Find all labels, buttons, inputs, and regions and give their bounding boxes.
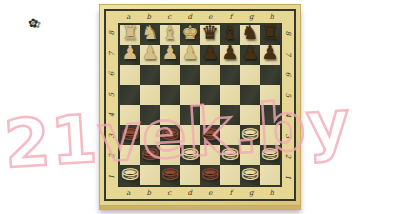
- file-label-f: f: [229, 13, 232, 21]
- chess-piece-black-n-g8[interactable]: ♞: [241, 23, 258, 42]
- file-label-g: g: [249, 189, 253, 197]
- product-photo-stage: abcdefgh 87654321 ♜♞♝♚♛♝♞♜♟♟♟♟♟♟♟♟⛂⛂⛂⛂⛂⛂…: [0, 0, 400, 214]
- chess-piece-white-p-d7[interactable]: ♟: [181, 43, 198, 62]
- square-h2[interactable]: ⛂: [260, 145, 280, 165]
- checker-brown-a3[interactable]: ⛂: [121, 123, 139, 144]
- square-c5[interactable]: [160, 85, 180, 105]
- file-label-e: e: [208, 13, 212, 21]
- chess-piece-white-r-a8[interactable]: ♜: [121, 23, 138, 42]
- square-c3[interactable]: ⛂: [160, 125, 180, 145]
- file-label-a: a: [126, 189, 130, 197]
- square-h4[interactable]: [260, 105, 280, 125]
- chess-piece-black-p-f7[interactable]: ♟: [221, 43, 238, 62]
- rank-label-8: 8: [284, 31, 292, 35]
- square-g1[interactable]: ⛂: [240, 165, 260, 185]
- square-c1[interactable]: ⛂: [160, 165, 180, 185]
- checker-light-a1[interactable]: ⛂: [121, 163, 139, 184]
- checker-brown-e3[interactable]: ⛂: [201, 123, 219, 144]
- square-a7[interactable]: ♟: [120, 45, 140, 65]
- square-h1[interactable]: [260, 165, 280, 185]
- square-c6[interactable]: [160, 65, 180, 85]
- square-g7[interactable]: ♟: [240, 45, 260, 65]
- square-b1[interactable]: [140, 165, 160, 185]
- game-board: abcdefgh 87654321 ♜♞♝♚♛♝♞♜♟♟♟♟♟♟♟♟⛂⛂⛂⛂⛂⛂…: [99, 4, 301, 206]
- checker-light-g3[interactable]: ⛂: [241, 123, 259, 144]
- rank-label-6: 6: [284, 72, 292, 76]
- square-b6[interactable]: [140, 65, 160, 85]
- chess-piece-black-p-g7[interactable]: ♟: [241, 43, 258, 62]
- chess-piece-white-p-c7[interactable]: ♟: [161, 43, 178, 62]
- square-e3[interactable]: ⛂: [200, 125, 220, 145]
- chess-piece-black-p-e7[interactable]: ♟: [201, 43, 218, 62]
- square-d5[interactable]: [180, 85, 200, 105]
- checker-light-f2[interactable]: ⛂: [221, 143, 239, 164]
- square-a5[interactable]: [120, 85, 140, 105]
- rank-label-7: 7: [284, 52, 292, 56]
- square-e5[interactable]: [200, 85, 220, 105]
- frame-corner: [282, 11, 294, 23]
- chess-piece-white-n-b8[interactable]: ♞: [141, 23, 158, 42]
- file-label-b: b: [147, 13, 151, 21]
- rank-label-8: 8: [108, 31, 116, 35]
- rank-label-4: 4: [108, 113, 116, 117]
- rank-label-1: 1: [108, 175, 116, 179]
- square-h6[interactable]: [260, 65, 280, 85]
- chess-piece-black-b-f8[interactable]: ♝: [221, 23, 238, 42]
- rank-labels-right: 87654321: [282, 23, 294, 187]
- square-g3[interactable]: ⛂: [240, 125, 260, 145]
- frame-corner: [282, 187, 294, 199]
- chess-piece-white-k-d8[interactable]: ♚: [181, 23, 198, 42]
- file-label-h: h: [269, 189, 274, 197]
- square-d4[interactable]: [180, 105, 200, 125]
- chess-piece-white-p-a7[interactable]: ♟: [121, 43, 138, 62]
- chess-piece-white-b-c8[interactable]: ♝: [161, 23, 178, 42]
- file-label-c: c: [167, 13, 171, 21]
- square-f4[interactable]: [220, 105, 240, 125]
- rank-label-7: 7: [108, 52, 116, 56]
- file-label-a: a: [126, 13, 130, 21]
- file-label-d: d: [188, 13, 192, 21]
- square-g6[interactable]: [240, 65, 260, 85]
- square-c7[interactable]: ♟: [160, 45, 180, 65]
- square-b5[interactable]: [140, 85, 160, 105]
- frame-corner: [106, 187, 118, 199]
- rank-label-3: 3: [284, 134, 292, 138]
- square-e1[interactable]: ⛂: [200, 165, 220, 185]
- square-d7[interactable]: ♟: [180, 45, 200, 65]
- square-d1[interactable]: [180, 165, 200, 185]
- frame-corner: [106, 11, 118, 23]
- square-e6[interactable]: [200, 65, 220, 85]
- square-h5[interactable]: [260, 85, 280, 105]
- square-a6[interactable]: [120, 65, 140, 85]
- rank-label-2: 2: [284, 154, 292, 158]
- rank-label-6: 6: [108, 72, 116, 76]
- square-f6[interactable]: [220, 65, 240, 85]
- square-f2[interactable]: ⛂: [220, 145, 240, 165]
- checker-light-g1[interactable]: ⛂: [241, 163, 259, 184]
- file-label-b: b: [147, 189, 151, 197]
- rank-labels-left: 87654321: [106, 23, 118, 187]
- file-label-e: e: [208, 189, 212, 197]
- rank-label-5: 5: [284, 93, 292, 97]
- square-f7[interactable]: ♟: [220, 45, 240, 65]
- rank-label-1: 1: [284, 175, 292, 179]
- square-f5[interactable]: [220, 85, 240, 105]
- square-b7[interactable]: ♟: [140, 45, 160, 65]
- checker-brown-c1[interactable]: ⛂: [161, 163, 179, 184]
- square-a1[interactable]: ⛂: [120, 165, 140, 185]
- board-grid: ♜♞♝♚♛♝♞♜♟♟♟♟♟♟♟♟⛂⛂⛂⛂⛂⛂⛂⛂⛂⛂⛂⛂: [118, 23, 282, 187]
- rank-label-3: 3: [108, 134, 116, 138]
- chess-piece-black-r-h8[interactable]: ♜: [261, 23, 278, 42]
- square-g5[interactable]: [240, 85, 260, 105]
- square-d2[interactable]: ⛂: [180, 145, 200, 165]
- file-label-c: c: [167, 189, 171, 197]
- rank-label-5: 5: [108, 93, 116, 97]
- file-label-d: d: [188, 189, 192, 197]
- file-label-f: f: [229, 189, 232, 197]
- square-e7[interactable]: ♟: [200, 45, 220, 65]
- file-labels-bottom: abcdefgh: [118, 187, 282, 199]
- file-label-g: g: [249, 13, 253, 21]
- square-d6[interactable]: [180, 65, 200, 85]
- chess-piece-black-p-h7[interactable]: ♟: [261, 43, 278, 62]
- rank-label-2: 2: [108, 154, 116, 158]
- checker-brown-b2[interactable]: ⛂: [141, 143, 159, 164]
- checker-light-d2[interactable]: ⛂: [181, 143, 199, 164]
- checker-light-h2[interactable]: ⛂: [261, 143, 279, 164]
- checker-brown-e1[interactable]: ⛂: [201, 163, 219, 184]
- chess-piece-black-q-e8[interactable]: ♛: [201, 23, 218, 42]
- square-a3[interactable]: ⛂: [120, 125, 140, 145]
- checker-brown-c3[interactable]: ⛂: [161, 123, 179, 144]
- floral-emblem-icon: ✿: [28, 16, 38, 30]
- square-b4[interactable]: [140, 105, 160, 125]
- file-label-h: h: [269, 13, 274, 21]
- board-frame: abcdefgh 87654321 ♜♞♝♚♛♝♞♜♟♟♟♟♟♟♟♟⛂⛂⛂⛂⛂⛂…: [104, 9, 296, 201]
- square-f1[interactable]: [220, 165, 240, 185]
- rank-label-4: 4: [284, 113, 292, 117]
- square-h7[interactable]: ♟: [260, 45, 280, 65]
- square-b2[interactable]: ⛂: [140, 145, 160, 165]
- chess-piece-white-p-b7[interactable]: ♟: [141, 43, 158, 62]
